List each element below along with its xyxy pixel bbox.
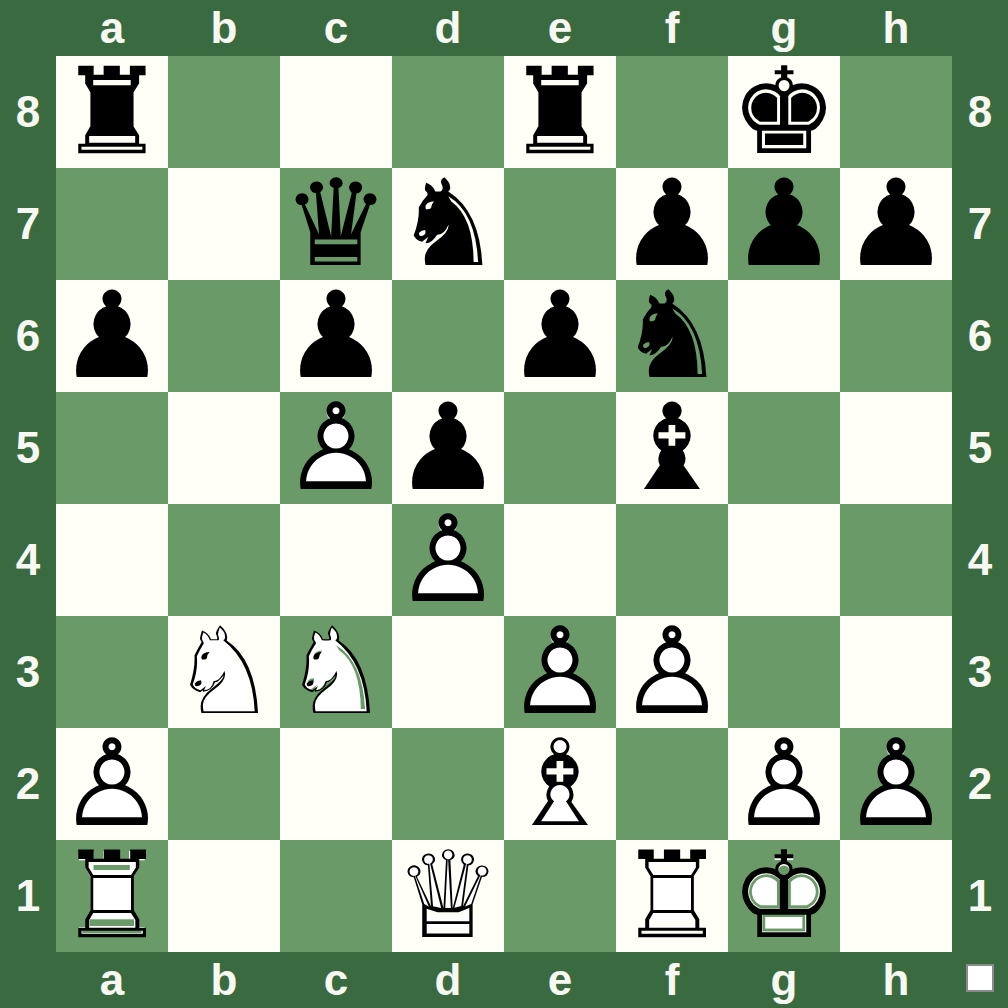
piece-black-rook: ♜ (504, 56, 616, 168)
piece-black-pawn: ♟ (56, 280, 168, 392)
square-d8[interactable] (392, 56, 504, 168)
piece-white-rook: ♜♖ (56, 840, 168, 952)
piece-outline: ♖ (56, 840, 168, 952)
square-e1[interactable] (504, 840, 616, 952)
square-c5[interactable]: ♟♙ (280, 392, 392, 504)
square-b6[interactable] (168, 280, 280, 392)
piece-black-pawn: ♟ (280, 280, 392, 392)
square-a2[interactable]: ♟♙ (56, 728, 168, 840)
square-e3[interactable]: ♟♙ (504, 616, 616, 728)
chess-diagram: abcdefgh abcdefgh 87654321 87654321 ♜♜♚♛… (0, 0, 1008, 1008)
square-b5[interactable] (168, 392, 280, 504)
file-label-f: f (616, 0, 728, 56)
square-c3[interactable]: ♞♘ (280, 616, 392, 728)
square-h4[interactable] (840, 504, 952, 616)
piece-white-bishop: ♝♗ (504, 728, 616, 840)
piece-white-pawn: ♟♙ (728, 728, 840, 840)
square-d6[interactable] (392, 280, 504, 392)
square-a5[interactable] (56, 392, 168, 504)
square-f6[interactable]: ♞ (616, 280, 728, 392)
piece-outline: ♙ (616, 616, 728, 728)
piece-black-king: ♚ (728, 56, 840, 168)
square-b3[interactable]: ♞♘ (168, 616, 280, 728)
square-e8[interactable]: ♜ (504, 56, 616, 168)
piece-outline: ♖ (616, 840, 728, 952)
piece-outline: ♔ (728, 840, 840, 952)
piece-white-pawn: ♟♙ (392, 504, 504, 616)
square-d1[interactable]: ♛♕ (392, 840, 504, 952)
square-f8[interactable] (616, 56, 728, 168)
square-h7[interactable]: ♟ (840, 168, 952, 280)
square-g1[interactable]: ♚♔ (728, 840, 840, 952)
piece-black-pawn: ♟ (728, 168, 840, 280)
square-b1[interactable] (168, 840, 280, 952)
rank-label-3: 3 (952, 616, 1008, 728)
piece-outline: ♙ (392, 504, 504, 616)
piece-white-rook: ♜♖ (616, 840, 728, 952)
piece-outline: ♙ (504, 616, 616, 728)
square-c7[interactable]: ♛ (280, 168, 392, 280)
file-label-e: e (504, 952, 616, 1008)
piece-black-pawn: ♟ (504, 280, 616, 392)
square-a7[interactable] (56, 168, 168, 280)
piece-white-queen: ♛♕ (392, 840, 504, 952)
piece-white-pawn: ♟♙ (504, 616, 616, 728)
chess-board: ♜♜♚♛♞♟♟♟♟♟♟♞♟♙♟♝♟♙♞♘♞♘♟♙♟♙♟♙♝♗♟♙♟♙♜♖♛♕♜♖… (56, 56, 952, 952)
file-label-b: b (168, 952, 280, 1008)
square-h3[interactable] (840, 616, 952, 728)
square-f4[interactable] (616, 504, 728, 616)
rank-label-1: 1 (952, 840, 1008, 952)
rank-label-4: 4 (952, 504, 1008, 616)
rank-labels-right: 87654321 (952, 56, 1008, 952)
file-label-h: h (840, 952, 952, 1008)
piece-outline: ♙ (840, 728, 952, 840)
square-b2[interactable] (168, 728, 280, 840)
square-a8[interactable]: ♜ (56, 56, 168, 168)
rank-label-5: 5 (952, 392, 1008, 504)
square-a4[interactable] (56, 504, 168, 616)
square-f7[interactable]: ♟ (616, 168, 728, 280)
piece-outline: ♙ (728, 728, 840, 840)
square-d5[interactable]: ♟ (392, 392, 504, 504)
rank-label-3: 3 (0, 616, 56, 728)
square-g7[interactable]: ♟ (728, 168, 840, 280)
square-b7[interactable] (168, 168, 280, 280)
square-f3[interactable]: ♟♙ (616, 616, 728, 728)
file-label-h: h (840, 0, 952, 56)
square-g2[interactable]: ♟♙ (728, 728, 840, 840)
piece-outline: ♙ (56, 728, 168, 840)
square-g4[interactable] (728, 504, 840, 616)
square-a3[interactable] (56, 616, 168, 728)
square-e2[interactable]: ♝♗ (504, 728, 616, 840)
rank-label-8: 8 (952, 56, 1008, 168)
piece-white-pawn: ♟♙ (616, 616, 728, 728)
square-h1[interactable] (840, 840, 952, 952)
square-f5[interactable]: ♝ (616, 392, 728, 504)
square-d7[interactable]: ♞ (392, 168, 504, 280)
piece-white-knight: ♞♘ (168, 616, 280, 728)
square-c1[interactable] (280, 840, 392, 952)
square-e4[interactable] (504, 504, 616, 616)
square-c6[interactable]: ♟ (280, 280, 392, 392)
piece-outline: ♙ (280, 392, 392, 504)
rank-labels-left: 87654321 (0, 56, 56, 952)
rank-label-5: 5 (0, 392, 56, 504)
square-h2[interactable]: ♟♙ (840, 728, 952, 840)
square-c4[interactable] (280, 504, 392, 616)
piece-white-pawn: ♟♙ (56, 728, 168, 840)
piece-black-bishop: ♝ (616, 392, 728, 504)
square-b4[interactable] (168, 504, 280, 616)
rank-label-7: 7 (0, 168, 56, 280)
rank-label-7: 7 (952, 168, 1008, 280)
piece-black-knight: ♞ (616, 280, 728, 392)
piece-black-pawn: ♟ (840, 168, 952, 280)
square-g6[interactable] (728, 280, 840, 392)
file-label-c: c (280, 0, 392, 56)
square-e6[interactable]: ♟ (504, 280, 616, 392)
piece-black-knight: ♞ (392, 168, 504, 280)
square-g8[interactable]: ♚ (728, 56, 840, 168)
piece-white-pawn: ♟♙ (280, 392, 392, 504)
piece-white-king: ♚♔ (728, 840, 840, 952)
square-f2[interactable] (616, 728, 728, 840)
rank-label-1: 1 (0, 840, 56, 952)
rank-label-2: 2 (952, 728, 1008, 840)
square-h8[interactable] (840, 56, 952, 168)
square-d2[interactable] (392, 728, 504, 840)
piece-outline: ♕ (392, 840, 504, 952)
piece-outline: ♗ (504, 728, 616, 840)
square-h6[interactable] (840, 280, 952, 392)
rank-label-8: 8 (0, 56, 56, 168)
square-a6[interactable]: ♟ (56, 280, 168, 392)
piece-outline: ♘ (280, 616, 392, 728)
piece-white-knight: ♞♘ (280, 616, 392, 728)
square-g3[interactable] (728, 616, 840, 728)
piece-black-rook: ♜ (56, 56, 168, 168)
rank-label-6: 6 (0, 280, 56, 392)
square-g5[interactable] (728, 392, 840, 504)
rank-label-6: 6 (952, 280, 1008, 392)
piece-black-queen: ♛ (280, 168, 392, 280)
file-label-b: b (168, 0, 280, 56)
square-e7[interactable] (504, 168, 616, 280)
file-label-d: d (392, 0, 504, 56)
piece-white-pawn: ♟♙ (840, 728, 952, 840)
square-e5[interactable] (504, 392, 616, 504)
file-label-c: c (280, 952, 392, 1008)
piece-black-pawn: ♟ (392, 392, 504, 504)
square-b8[interactable] (168, 56, 280, 168)
rank-label-4: 4 (0, 504, 56, 616)
white-to-move-indicator (966, 964, 994, 992)
square-d4[interactable]: ♟♙ (392, 504, 504, 616)
piece-outline: ♘ (168, 616, 280, 728)
square-h5[interactable] (840, 392, 952, 504)
piece-black-pawn: ♟ (616, 168, 728, 280)
rank-label-2: 2 (0, 728, 56, 840)
square-c8[interactable] (280, 56, 392, 168)
square-a1[interactable]: ♜♖ (56, 840, 168, 952)
square-c2[interactable] (280, 728, 392, 840)
square-f1[interactable]: ♜♖ (616, 840, 728, 952)
square-d3[interactable] (392, 616, 504, 728)
